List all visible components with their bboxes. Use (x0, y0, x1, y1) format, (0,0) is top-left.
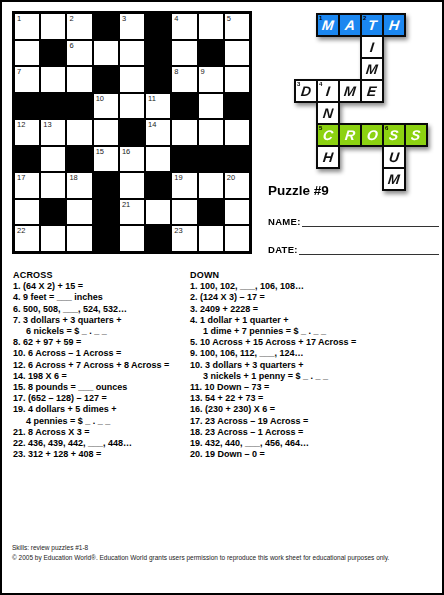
clue-line: 10. 6 Across – 1 Across = (13, 348, 191, 359)
logo-letter: N (322, 106, 334, 120)
clue-line: 3. 2409 + 2228 = (190, 304, 390, 315)
logo-letter: R (344, 128, 356, 142)
logo-cell: N (316, 101, 340, 125)
clue-line: 18. 23 Across – 1 Across = (190, 427, 390, 438)
logo-letter: I (325, 84, 330, 98)
clue-line: 21. 8 Across X 3 = (13, 427, 191, 438)
logo-letter: A (344, 18, 356, 32)
logo-letter: S (389, 128, 400, 142)
clue-number: 23 (174, 226, 182, 235)
clue-number: 19 (174, 173, 182, 182)
answer-cell[interactable] (14, 40, 40, 67)
black-cell (93, 199, 119, 226)
worksheet-page: 1234567891011121314151617181920212223 1M… (0, 0, 444, 595)
logo-cell: M (360, 57, 384, 81)
answer-cell[interactable]: 20 (224, 172, 250, 199)
black-cell (14, 146, 40, 173)
black-cell (119, 119, 145, 146)
answer-cell[interactable]: 11 (145, 93, 171, 120)
down-clue-list: 1. 100, 102, ___, 106, 108…2. (124 X 3) … (190, 281, 390, 460)
date-label: DATE: (268, 244, 298, 255)
answer-cell[interactable] (198, 13, 224, 40)
clue-line: 4. 9 feet = ___ inches (13, 292, 191, 303)
black-cell (145, 172, 171, 199)
across-heading: ACROSS (13, 270, 191, 281)
black-cell (171, 93, 197, 120)
clue-line: 6. 500, 508, ___, 524, 532… (13, 304, 191, 315)
clue-number: 18 (69, 173, 77, 182)
logo-cell: S (404, 123, 428, 147)
answer-cell[interactable] (40, 146, 66, 173)
clue-line: 23. 312 + 128 + 408 = (13, 449, 191, 460)
answer-cell[interactable] (119, 93, 145, 120)
clue-number: 9 (201, 67, 205, 76)
black-cell (40, 199, 66, 226)
logo-cell: H (316, 145, 340, 169)
logo-clue-number: 2 (363, 15, 366, 22)
black-cell (145, 225, 171, 252)
logo-cell: 3D (294, 79, 318, 103)
answer-cell[interactable]: 1 (14, 13, 40, 40)
logo-cell: O (360, 123, 384, 147)
answer-cell[interactable] (198, 93, 224, 120)
answer-cell[interactable] (145, 199, 171, 226)
logo-cell: 6S (382, 123, 406, 147)
name-input-line[interactable] (302, 226, 439, 227)
answer-cell[interactable] (224, 40, 250, 67)
logo-cell: A (338, 13, 362, 37)
answer-cell[interactable] (171, 119, 197, 146)
clue-line: 4. 1 dollar + 1 quarter + (190, 315, 390, 326)
answer-cell[interactable]: 21 (119, 199, 145, 226)
clue-number: 20 (227, 173, 235, 182)
clue-line: 17. (652 – 128) – 127 = (13, 393, 191, 404)
black-cell (145, 40, 171, 67)
black-cell (93, 66, 119, 93)
black-cell (145, 13, 171, 40)
answer-cell[interactable]: 10 (93, 93, 119, 120)
clue-number: 13 (43, 120, 51, 129)
answer-cell[interactable] (119, 225, 145, 252)
mathcross-logo: 1MA2THIM3D4IMEN5CRO6SSHUM (294, 13, 428, 191)
clue-line: 22. 436, 439, 442, ___, 448… (13, 438, 191, 449)
answer-cell[interactable] (224, 225, 250, 252)
answer-cell[interactable]: 8 (171, 66, 197, 93)
answer-cell[interactable]: 4 (171, 13, 197, 40)
clue-number: 3 (122, 14, 126, 23)
clue-line: 7. 3 dollars + 3 quarters + (13, 315, 191, 326)
down-clues: DOWN 1. 100, 102, ___, 106, 108…2. (124 … (190, 270, 390, 460)
logo-cell: 5C (316, 123, 340, 147)
answer-cell[interactable] (66, 119, 92, 146)
logo-letter: T (367, 18, 377, 32)
logo-letter: H (322, 150, 334, 164)
answer-cell[interactable] (93, 119, 119, 146)
clue-number: 21 (122, 200, 130, 209)
black-cell (171, 146, 197, 173)
clue-number: 11 (148, 94, 156, 103)
answer-cell[interactable] (198, 119, 224, 146)
logo-cell: I (360, 35, 384, 59)
black-cell (14, 93, 40, 120)
logo-cell: R (338, 123, 362, 147)
clue-number: 7 (17, 67, 21, 76)
logo-letter: M (321, 18, 334, 32)
black-cell (198, 40, 224, 67)
answer-cell[interactable]: 5 (224, 13, 250, 40)
logo-letter: M (387, 172, 400, 186)
logo-cell: U (382, 145, 406, 169)
page-title: Puzzle #9 (268, 183, 329, 198)
clue-number: 2 (69, 14, 73, 23)
clue-line: 6 nickels = $ _ . _ _ (13, 326, 191, 337)
logo-letter: H (388, 18, 400, 32)
logo-clue-number: 6 (385, 125, 388, 132)
answer-cell[interactable] (119, 66, 145, 93)
clue-line: 19. 4 dollars + 5 dimes + (13, 404, 191, 415)
answer-cell[interactable] (40, 13, 66, 40)
answer-cell[interactable]: 22 (14, 225, 40, 252)
answer-cell[interactable]: 7 (14, 66, 40, 93)
black-cell (198, 199, 224, 226)
black-cell (66, 146, 92, 173)
clue-number: 6 (69, 41, 73, 50)
clue-number: 15 (96, 147, 104, 156)
clue-line: 15. 8 pounds = ___ ounces (13, 382, 191, 393)
clue-number: 5 (227, 14, 231, 23)
copyright-note: © 2005 by Education World®. Education Wo… (12, 553, 440, 563)
clue-line: 14. 198 X 6 = (13, 371, 191, 382)
clue-number: 22 (17, 226, 25, 235)
answer-cell[interactable] (224, 119, 250, 146)
logo-cell: M (338, 79, 362, 103)
across-clues: ACROSS 1. (64 X 2) + 15 =4. 9 feet = ___… (13, 270, 191, 460)
clue-number: 16 (122, 147, 130, 156)
answer-cell[interactable] (119, 172, 145, 199)
black-cell (224, 146, 250, 173)
logo-clue-number: 5 (319, 125, 322, 132)
answer-cell[interactable]: 14 (145, 119, 171, 146)
clue-line: 20. 19 Down – 0 = (190, 449, 390, 460)
clue-number: 8 (174, 67, 178, 76)
clue-line: 12. 6 Across + 7 Across + 8 Across = (13, 360, 191, 371)
across-clue-list: 1. (64 X 2) + 15 =4. 9 feet = ___ inches… (13, 281, 191, 460)
answer-cell[interactable]: 19 (171, 172, 197, 199)
clue-line: 1. 100, 102, ___, 106, 108… (190, 281, 390, 292)
answer-cell[interactable] (224, 199, 250, 226)
answer-cell[interactable] (171, 40, 197, 67)
clue-line: 19. 432, 440, ___, 456, 464… (190, 438, 390, 449)
answer-cell[interactable] (40, 225, 66, 252)
logo-cell: M (382, 167, 406, 191)
clue-line: 17. 23 Across – 19 Across = (190, 416, 390, 427)
clue-line: 3 nickels + 1 penny = $ _ . _ _ (190, 371, 390, 382)
clue-number: 14 (148, 120, 156, 129)
logo-letter: C (322, 128, 334, 142)
black-cell (66, 93, 92, 120)
answer-cell[interactable]: 16 (119, 146, 145, 173)
clue-number: 10 (96, 94, 104, 103)
answer-cell[interactable]: 3 (119, 13, 145, 40)
answer-cell[interactable] (14, 199, 40, 226)
logo-clue-number: 3 (297, 81, 300, 88)
answer-cell[interactable]: 18 (66, 172, 92, 199)
clue-line: 16. (230 + 230) X 6 = (190, 404, 390, 415)
answer-cell[interactable]: 9 (198, 66, 224, 93)
answer-cell[interactable]: 12 (14, 119, 40, 146)
logo-cell: 1M (316, 13, 340, 37)
skills-note: Skills: review puzzles #1-8 (12, 543, 440, 553)
answer-cell[interactable]: 2 (66, 13, 92, 40)
logo-letter: I (369, 40, 374, 54)
logo-letter: D (300, 84, 312, 98)
logo-cell: E (360, 79, 384, 103)
clue-number: 12 (17, 120, 25, 129)
clue-line: 1. (64 X 2) + 15 = (13, 281, 191, 292)
clue-line: 10. 3 dollars + 3 quarters + (190, 360, 390, 371)
crossword-grid: 1234567891011121314151617181920212223 (12, 11, 252, 254)
answer-cell[interactable] (171, 199, 197, 226)
black-cell (198, 146, 224, 173)
answer-cell[interactable] (198, 225, 224, 252)
answer-cell[interactable]: 6 (66, 40, 92, 67)
logo-letter: O (366, 128, 378, 142)
clue-line: 4 pennies = $ _ . _ _ (13, 416, 191, 427)
clue-number: 4 (174, 14, 178, 23)
black-cell (93, 225, 119, 252)
black-cell (40, 93, 66, 120)
clue-number: 17 (17, 173, 25, 182)
black-cell (93, 13, 119, 40)
clue-line: 13. 54 + 22 + 73 = (190, 393, 390, 404)
logo-cell: 2T (360, 13, 384, 37)
logo-letter: S (411, 128, 422, 142)
answer-cell[interactable] (66, 66, 92, 93)
answer-cell[interactable] (224, 66, 250, 93)
answer-cell[interactable]: 15 (93, 146, 119, 173)
answer-cell[interactable]: 13 (40, 119, 66, 146)
answer-cell[interactable] (66, 225, 92, 252)
logo-clue-number: 4 (319, 81, 322, 88)
clue-number: 1 (17, 14, 21, 23)
footer: Skills: review puzzles #1-8 © 2005 by Ed… (12, 543, 440, 562)
clue-line: 8. 62 + 97 + 59 = (13, 337, 191, 348)
black-cell (145, 66, 171, 93)
black-cell (93, 172, 119, 199)
logo-letter: M (365, 62, 378, 76)
logo-letter: U (388, 150, 400, 164)
logo-cell: 4I (316, 79, 340, 103)
logo-letter: M (343, 84, 356, 98)
answer-cell[interactable]: 23 (171, 225, 197, 252)
date-input-line[interactable] (299, 254, 439, 255)
answer-cell[interactable] (40, 172, 66, 199)
clue-line: 9. 100, 106, 112, ___, 124… (190, 348, 390, 359)
clue-line: 2. (124 X 3) – 17 = (190, 292, 390, 303)
name-label: NAME: (268, 216, 301, 227)
answer-cell[interactable] (145, 146, 171, 173)
answer-cell[interactable] (198, 172, 224, 199)
black-cell (40, 40, 66, 67)
logo-cell: H (382, 13, 406, 37)
answer-cell[interactable] (66, 199, 92, 226)
clue-line: 5. 10 Across + 15 Across + 17 Across = (190, 337, 390, 348)
down-heading: DOWN (190, 270, 390, 281)
black-cell (224, 93, 250, 120)
clue-line: 11. 10 Down – 73 = (190, 382, 390, 393)
answer-cell[interactable] (40, 66, 66, 93)
clue-line: 1 dime + 7 pennies = $ _ . _ _ (190, 326, 390, 337)
answer-cell[interactable] (93, 40, 119, 67)
logo-letter: E (367, 84, 378, 98)
answer-cell[interactable] (119, 40, 145, 67)
answer-cell[interactable]: 17 (14, 172, 40, 199)
